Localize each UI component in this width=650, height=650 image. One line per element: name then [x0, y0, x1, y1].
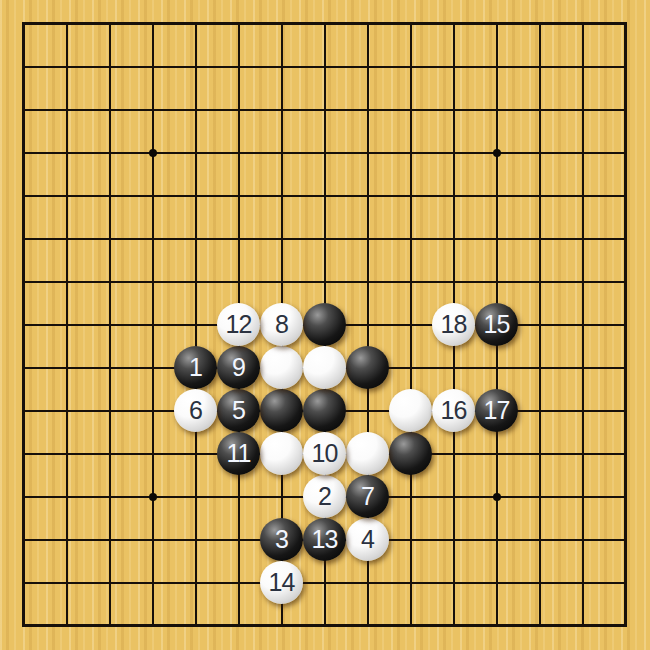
black-stone[interactable] — [389, 432, 432, 475]
white-stone-move-14[interactable]: 14 — [260, 561, 303, 604]
white-stone[interactable] — [260, 432, 303, 475]
white-stone-move-2[interactable]: 2 — [303, 475, 346, 518]
black-stone-move-5[interactable]: 5 — [217, 389, 260, 432]
black-stone[interactable] — [346, 346, 389, 389]
black-stone-move-11[interactable]: 11 — [217, 432, 260, 475]
black-stone-move-3[interactable]: 3 — [260, 518, 303, 561]
grid-line-horizontal — [22, 582, 627, 584]
white-stone[interactable] — [346, 432, 389, 475]
grid-line-vertical — [410, 22, 412, 627]
move-number-label: 15 — [484, 303, 510, 346]
move-number-label: 4 — [361, 518, 374, 561]
black-stone-move-1[interactable]: 1 — [174, 346, 217, 389]
move-number-label: 14 — [269, 561, 295, 604]
move-number-label: 13 — [312, 518, 338, 561]
white-stone-move-4[interactable]: 4 — [346, 518, 389, 561]
white-stone-move-18[interactable]: 18 — [432, 303, 475, 346]
grid-line-vertical — [582, 22, 584, 627]
white-stone-move-12[interactable]: 12 — [217, 303, 260, 346]
move-number-label: 17 — [484, 389, 510, 432]
grid-line-vertical — [539, 22, 541, 627]
star-point — [493, 149, 501, 157]
move-number-label: 12 — [226, 303, 252, 346]
move-number-label: 18 — [441, 303, 467, 346]
move-number-label: 11 — [227, 432, 251, 475]
move-number-label: 16 — [441, 389, 467, 432]
white-stone[interactable] — [260, 346, 303, 389]
black-stone-move-15[interactable]: 15 — [475, 303, 518, 346]
black-stone-move-7[interactable]: 7 — [346, 475, 389, 518]
black-stone[interactable] — [303, 389, 346, 432]
white-stone-move-10[interactable]: 10 — [303, 432, 346, 475]
black-stone-move-17[interactable]: 17 — [475, 389, 518, 432]
move-number-label: 7 — [361, 475, 374, 518]
board-border-line-horizontal — [22, 624, 627, 627]
move-number-label: 5 — [232, 389, 245, 432]
star-point — [493, 493, 501, 501]
white-stone[interactable] — [389, 389, 432, 432]
white-stone-move-16[interactable]: 16 — [432, 389, 475, 432]
star-point — [149, 493, 157, 501]
move-number-label: 6 — [189, 389, 202, 432]
star-point — [149, 149, 157, 157]
board-border-line-vertical — [624, 22, 627, 627]
white-stone-move-6[interactable]: 6 — [174, 389, 217, 432]
black-stone[interactable] — [303, 303, 346, 346]
move-number-label: 2 — [318, 475, 331, 518]
move-number-label: 1 — [189, 346, 202, 389]
move-number-label: 10 — [312, 432, 338, 475]
white-stone-move-8[interactable]: 8 — [260, 303, 303, 346]
black-stone-move-9[interactable]: 9 — [217, 346, 260, 389]
black-stone[interactable] — [260, 389, 303, 432]
move-number-label: 9 — [232, 346, 245, 389]
black-stone-move-13[interactable]: 13 — [303, 518, 346, 561]
move-number-label: 3 — [275, 518, 288, 561]
white-stone[interactable] — [303, 346, 346, 389]
move-number-label: 8 — [275, 303, 288, 346]
go-board-diagram: 123456789101112131415161718 — [0, 0, 650, 650]
